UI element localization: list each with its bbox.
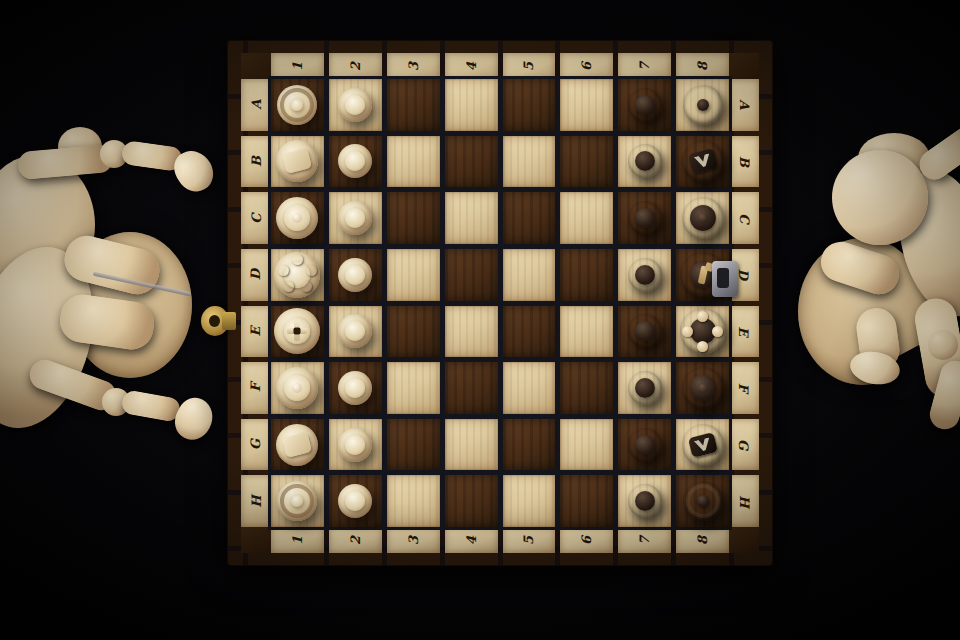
piece-black-pawn-a7[interactable]	[628, 88, 662, 122]
piece-black-pawn-f7[interactable]	[628, 371, 662, 405]
square-e6[interactable]	[560, 306, 613, 358]
square-f2[interactable]	[329, 362, 382, 414]
label-file-right-h: H	[729, 475, 759, 527]
square-d1[interactable]	[271, 249, 324, 301]
square-e8[interactable]	[676, 306, 729, 358]
square-f6[interactable]	[560, 362, 613, 414]
chessboard: 12345678 12345678 ABCDEFGH ABCDEFGH	[228, 41, 772, 565]
piece-black-bishop-f8[interactable]	[682, 367, 724, 409]
mannequin-right-elbow-joint	[928, 330, 958, 360]
square-h7[interactable]	[618, 475, 671, 527]
piece-white-rook-a1[interactable]	[277, 85, 317, 125]
piece-detail-cap	[345, 491, 365, 511]
mannequin-left-lower-forearm	[120, 389, 181, 423]
square-d2[interactable]	[329, 249, 382, 301]
square-c8[interactable]	[676, 192, 729, 244]
piece-detail-cap	[635, 491, 655, 511]
square-d7[interactable]	[618, 249, 671, 301]
square-b7[interactable]	[618, 136, 671, 188]
square-e4[interactable]	[445, 306, 498, 358]
metal-latch	[712, 261, 738, 297]
piece-white-bishop-c1[interactable]	[276, 197, 318, 239]
piece-detail-cap	[345, 95, 365, 115]
label-file-left-b: B	[241, 136, 271, 188]
label-file-left-c: C	[241, 192, 271, 244]
square-e1[interactable]	[271, 306, 324, 358]
piece-black-pawn-c7[interactable]	[628, 201, 662, 235]
label-file-left-f: F	[241, 362, 271, 414]
label-file-right-g: G	[729, 419, 759, 471]
square-h6[interactable]	[560, 475, 613, 527]
rank-labels-bottom: 12345678	[271, 527, 729, 553]
piece-black-rook-h8[interactable]	[683, 481, 723, 521]
square-b2[interactable]	[329, 136, 382, 188]
square-c2[interactable]	[329, 192, 382, 244]
piece-detail-tip	[292, 383, 302, 393]
piece-detail-ball	[301, 281, 312, 292]
square-h4[interactable]	[445, 475, 498, 527]
square-c1[interactable]	[271, 192, 324, 244]
square-h2[interactable]	[329, 475, 382, 527]
square-b5[interactable]	[503, 136, 556, 188]
square-g5[interactable]	[503, 419, 556, 471]
piece-black-knight-b8[interactable]	[682, 140, 724, 182]
square-g1[interactable]	[271, 419, 324, 471]
label-file-left-e: E	[241, 306, 271, 358]
piece-detail-cxd	[294, 328, 301, 335]
piece-detail-cap	[345, 321, 365, 341]
label-rank-bottom-4: 4	[445, 527, 498, 553]
piece-white-bishop-f1[interactable]	[276, 367, 318, 409]
label-rank-bottom-5: 5	[503, 527, 556, 553]
piece-detail-core	[697, 495, 709, 507]
piece-white-pawn-e2[interactable]	[338, 314, 372, 348]
board-corner-top-right	[729, 53, 759, 79]
square-a4[interactable]	[445, 79, 498, 131]
square-c5[interactable]	[503, 192, 556, 244]
piece-black-pawn-h7[interactable]	[628, 484, 662, 518]
label-rank-bottom-1: 1	[271, 527, 324, 553]
square-c7[interactable]	[618, 192, 671, 244]
piece-black-knight-g8[interactable]	[682, 424, 724, 466]
piece-detail-tip	[698, 383, 708, 393]
piece-detail-cap	[345, 151, 365, 171]
piece-detail-cap	[635, 321, 655, 341]
label-file-right-a: A	[729, 79, 759, 131]
board-corner-bottom-right	[729, 527, 759, 553]
piece-detail-cap	[635, 378, 655, 398]
label-rank-top-8: 8	[676, 53, 729, 79]
piece-white-knight-b1[interactable]	[276, 140, 318, 182]
piece-detail-ball	[278, 265, 289, 276]
label-rank-top-2: 2	[329, 53, 382, 79]
square-e5[interactable]	[503, 306, 556, 358]
piece-white-king-e1[interactable]	[274, 308, 320, 354]
square-d6[interactable]	[560, 249, 613, 301]
square-a1[interactable]	[271, 79, 324, 131]
square-h8[interactable]	[676, 475, 729, 527]
piece-black-pawn-d7[interactable]	[628, 258, 662, 292]
piece-black-pawn-g7[interactable]	[628, 428, 662, 462]
square-d5[interactable]	[503, 249, 556, 301]
label-rank-bottom-3: 3	[387, 527, 440, 553]
label-rank-bottom-2: 2	[329, 527, 382, 553]
label-rank-top-3: 3	[387, 53, 440, 79]
piece-white-pawn-g2[interactable]	[338, 428, 372, 462]
label-file-right-f: F	[729, 362, 759, 414]
label-file-left-h: H	[241, 475, 271, 527]
square-a2[interactable]	[329, 79, 382, 131]
square-g4[interactable]	[445, 419, 498, 471]
piece-white-knight-g1[interactable]	[276, 424, 318, 466]
square-h1[interactable]	[271, 475, 324, 527]
piece-black-pawn-b7[interactable]	[628, 144, 662, 178]
label-rank-top-1: 1	[271, 53, 324, 79]
label-file-left-g: G	[241, 419, 271, 471]
piece-detail-cap	[345, 435, 365, 455]
square-b8[interactable]	[676, 136, 729, 188]
piece-white-pawn-h2[interactable]	[338, 484, 372, 518]
label-rank-top-6: 6	[560, 53, 613, 79]
square-b4[interactable]	[445, 136, 498, 188]
square-h5[interactable]	[503, 475, 556, 527]
square-e3[interactable]	[387, 306, 440, 358]
piece-detail-ball	[697, 341, 708, 352]
piece-detail-head	[282, 149, 312, 175]
piece-white-pawn-d2[interactable]	[338, 258, 372, 292]
label-file-right-c: C	[729, 192, 759, 244]
piece-detail-cap	[345, 378, 365, 398]
piece-white-queen-d1[interactable]	[274, 252, 320, 298]
piece-detail-ball	[682, 326, 693, 337]
piece-detail-ball	[283, 281, 294, 292]
label-rank-bottom-7: 7	[618, 527, 671, 553]
piece-black-rook-a8[interactable]	[683, 85, 723, 125]
piece-detail-head	[282, 432, 312, 458]
piece-detail-cap	[345, 208, 365, 228]
file-labels-left: ABCDEFGH	[241, 79, 271, 527]
square-b1[interactable]	[271, 136, 324, 188]
board-corner-bottom-left	[241, 527, 271, 553]
square-a6[interactable]	[560, 79, 613, 131]
piece-detail-cap	[635, 265, 655, 285]
square-a8[interactable]	[676, 79, 729, 131]
piece-black-pawn-e7[interactable]	[628, 314, 662, 348]
scene: 12345678 12345678 ABCDEFGH ABCDEFGH	[0, 0, 960, 640]
piece-detail-ball	[697, 311, 708, 322]
square-a5[interactable]	[503, 79, 556, 131]
piece-detail-cap	[635, 95, 655, 115]
piece-detail-core	[291, 99, 303, 111]
piece-detail-tip	[698, 213, 708, 223]
piece-white-pawn-c2[interactable]	[338, 201, 372, 235]
piece-black-queen-e8[interactable]	[680, 308, 726, 354]
square-f5[interactable]	[503, 362, 556, 414]
label-file-left-d: D	[241, 249, 271, 301]
square-g7[interactable]	[618, 419, 671, 471]
square-f4[interactable]	[445, 362, 498, 414]
label-file-right-e: E	[729, 306, 759, 358]
piece-detail-core	[291, 495, 303, 507]
square-e2[interactable]	[329, 306, 382, 358]
label-file-right-b: B	[729, 136, 759, 188]
rank-labels-top: 12345678	[271, 53, 729, 79]
square-f8[interactable]	[676, 362, 729, 414]
square-b3[interactable]	[387, 136, 440, 188]
piece-detail-cap	[635, 208, 655, 228]
square-c4[interactable]	[445, 192, 498, 244]
piece-detail-cap	[635, 151, 655, 171]
square-c6[interactable]	[560, 192, 613, 244]
label-rank-bottom-8: 8	[676, 527, 729, 553]
piece-black-bishop-c8[interactable]	[682, 197, 724, 239]
square-f1[interactable]	[271, 362, 324, 414]
mannequin-right-head	[832, 150, 928, 245]
piece-white-pawn-b2[interactable]	[338, 144, 372, 178]
label-rank-bottom-6: 6	[560, 527, 613, 553]
square-b6[interactable]	[560, 136, 613, 188]
piece-detail-ball	[712, 326, 723, 337]
piece-detail-head	[688, 432, 718, 458]
piece-detail-ball	[292, 254, 303, 265]
piece-white-pawn-a2[interactable]	[338, 88, 372, 122]
square-f3[interactable]	[387, 362, 440, 414]
board-grid	[271, 79, 729, 527]
label-file-left-a: A	[241, 79, 271, 131]
piece-white-rook-h1[interactable]	[277, 481, 317, 521]
file-labels-right: ABCDEFGH	[729, 79, 759, 527]
mannequin-left-upper-arm	[17, 144, 114, 180]
label-rank-top-5: 5	[503, 53, 556, 79]
label-rank-top-4: 4	[445, 53, 498, 79]
board-corner-top-left	[241, 53, 271, 79]
square-g8[interactable]	[676, 419, 729, 471]
piece-detail-ball	[306, 265, 317, 276]
square-d4[interactable]	[445, 249, 498, 301]
piece-white-pawn-f2[interactable]	[338, 371, 372, 405]
square-d3[interactable]	[387, 249, 440, 301]
label-rank-top-7: 7	[618, 53, 671, 79]
square-g3[interactable]	[387, 419, 440, 471]
piece-detail-tip	[292, 213, 302, 223]
square-e7[interactable]	[618, 306, 671, 358]
square-c3[interactable]	[387, 192, 440, 244]
square-g2[interactable]	[329, 419, 382, 471]
piece-detail-cap	[345, 265, 365, 285]
brass-hinge-plate	[222, 312, 236, 330]
piece-detail-cap	[635, 435, 655, 455]
square-g6[interactable]	[560, 419, 613, 471]
square-f7[interactable]	[618, 362, 671, 414]
square-a7[interactable]	[618, 79, 671, 131]
square-a3[interactable]	[387, 79, 440, 131]
piece-detail-core	[697, 99, 709, 111]
square-h3[interactable]	[387, 475, 440, 527]
